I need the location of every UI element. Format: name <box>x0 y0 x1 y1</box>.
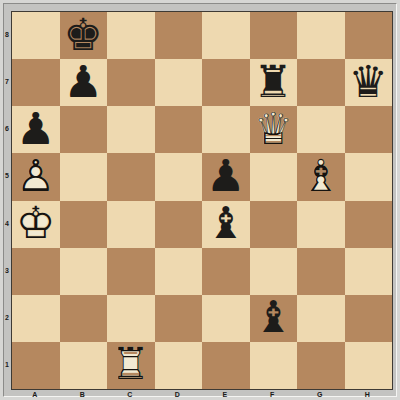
square-e3[interactable] <box>202 248 250 295</box>
square-c8[interactable] <box>107 12 155 59</box>
square-d7[interactable] <box>155 59 203 106</box>
black-queen[interactable]: ♛ <box>345 59 393 106</box>
file-label-a: A <box>11 390 59 398</box>
piece-outline-glyph: ♗ <box>297 153 345 199</box>
square-f5[interactable] <box>250 153 298 200</box>
white-pawn[interactable]: ♟♙ <box>12 153 60 200</box>
rank-label-1: 1 <box>3 341 11 388</box>
square-d2[interactable] <box>155 295 203 342</box>
square-c5[interactable] <box>107 153 155 200</box>
square-c1[interactable]: ♜♖ <box>107 342 155 389</box>
piece-outline-glyph: ♙ <box>12 153 60 199</box>
square-a8[interactable] <box>12 12 60 59</box>
square-b8[interactable]: ♚ <box>60 12 108 59</box>
square-h4[interactable] <box>345 201 393 248</box>
white-queen[interactable]: ♛♕ <box>250 106 298 153</box>
square-c4[interactable] <box>107 201 155 248</box>
piece-glyph: ♛ <box>345 59 393 105</box>
square-a7[interactable] <box>12 59 60 106</box>
rank-label-6: 6 <box>3 105 11 152</box>
white-king[interactable]: ♚♔ <box>12 201 60 248</box>
square-b7[interactable]: ♟ <box>60 59 108 106</box>
square-f6[interactable]: ♛♕ <box>250 106 298 153</box>
black-pawn[interactable]: ♟ <box>12 106 60 153</box>
black-pawn[interactable]: ♟ <box>202 153 250 200</box>
rank-label-8: 8 <box>3 11 11 58</box>
square-f3[interactable] <box>250 248 298 295</box>
square-h6[interactable] <box>345 106 393 153</box>
file-label-c: C <box>106 390 154 398</box>
chess-app-window: ♚♟♜♛♟♛♕♟♙♟♝♗♚♔♝♝♜♖ 87654321 ABCDEFGH <box>0 0 400 400</box>
file-label-f: F <box>249 390 297 398</box>
chess-board: ♚♟♜♛♟♛♕♟♙♟♝♗♚♔♝♝♜♖ <box>11 11 393 390</box>
square-h7[interactable]: ♛ <box>345 59 393 106</box>
square-d4[interactable] <box>155 201 203 248</box>
black-rook[interactable]: ♜ <box>250 59 298 106</box>
square-g5[interactable]: ♝♗ <box>297 153 345 200</box>
square-h1[interactable] <box>345 342 393 389</box>
file-label-e: E <box>201 390 249 398</box>
piece-glyph: ♟ <box>12 106 60 152</box>
piece-outline-glyph: ♔ <box>12 201 60 247</box>
piece-glyph: ♟ <box>60 59 108 105</box>
square-e8[interactable] <box>202 12 250 59</box>
square-b3[interactable] <box>60 248 108 295</box>
square-a4[interactable]: ♚♔ <box>12 201 60 248</box>
rank-label-2: 2 <box>3 294 11 341</box>
black-king[interactable]: ♚ <box>60 12 108 59</box>
black-bishop[interactable]: ♝ <box>250 295 298 342</box>
square-h3[interactable] <box>345 248 393 295</box>
file-label-d: D <box>154 390 202 398</box>
square-g2[interactable] <box>297 295 345 342</box>
white-bishop[interactable]: ♝♗ <box>297 153 345 200</box>
square-f7[interactable]: ♜ <box>250 59 298 106</box>
piece-glyph: ♝ <box>202 201 250 247</box>
square-h8[interactable] <box>345 12 393 59</box>
square-e6[interactable] <box>202 106 250 153</box>
rank-label-3: 3 <box>3 247 11 294</box>
rank-label-5: 5 <box>3 152 11 199</box>
square-a6[interactable]: ♟ <box>12 106 60 153</box>
square-c7[interactable] <box>107 59 155 106</box>
square-d6[interactable] <box>155 106 203 153</box>
square-b4[interactable] <box>60 201 108 248</box>
square-a2[interactable] <box>12 295 60 342</box>
square-g4[interactable] <box>297 201 345 248</box>
piece-glyph: ♟ <box>202 153 250 199</box>
square-h2[interactable] <box>345 295 393 342</box>
square-a5[interactable]: ♟♙ <box>12 153 60 200</box>
square-d8[interactable] <box>155 12 203 59</box>
file-label-g: G <box>296 390 344 398</box>
square-b1[interactable] <box>60 342 108 389</box>
square-e7[interactable] <box>202 59 250 106</box>
rank-label-4: 4 <box>3 200 11 247</box>
square-b6[interactable] <box>60 106 108 153</box>
square-d1[interactable] <box>155 342 203 389</box>
square-f1[interactable] <box>250 342 298 389</box>
piece-glyph: ♜ <box>250 59 298 105</box>
square-a1[interactable] <box>12 342 60 389</box>
square-c6[interactable] <box>107 106 155 153</box>
square-h5[interactable] <box>345 153 393 200</box>
piece-glyph: ♚ <box>60 12 108 58</box>
square-c2[interactable] <box>107 295 155 342</box>
square-e5[interactable]: ♟ <box>202 153 250 200</box>
file-label-h: H <box>344 390 392 398</box>
piece-glyph: ♝ <box>250 295 298 341</box>
square-f4[interactable] <box>250 201 298 248</box>
square-b5[interactable] <box>60 153 108 200</box>
square-g7[interactable] <box>297 59 345 106</box>
rank-label-7: 7 <box>3 58 11 105</box>
square-e4[interactable]: ♝ <box>202 201 250 248</box>
square-e2[interactable] <box>202 295 250 342</box>
square-d3[interactable] <box>155 248 203 295</box>
square-f8[interactable] <box>250 12 298 59</box>
square-e1[interactable] <box>202 342 250 389</box>
square-a3[interactable] <box>12 248 60 295</box>
square-f2[interactable]: ♝ <box>250 295 298 342</box>
white-rook[interactable]: ♜♖ <box>107 342 155 389</box>
piece-outline-glyph: ♖ <box>107 342 155 388</box>
black-bishop[interactable]: ♝ <box>202 201 250 248</box>
square-g3[interactable] <box>297 248 345 295</box>
file-label-b: B <box>59 390 107 398</box>
piece-outline-glyph: ♕ <box>250 106 298 152</box>
black-pawn[interactable]: ♟ <box>60 59 108 106</box>
square-g8[interactable] <box>297 12 345 59</box>
square-b2[interactable] <box>60 295 108 342</box>
square-d5[interactable] <box>155 153 203 200</box>
square-g1[interactable] <box>297 342 345 389</box>
square-g6[interactable] <box>297 106 345 153</box>
square-c3[interactable] <box>107 248 155 295</box>
